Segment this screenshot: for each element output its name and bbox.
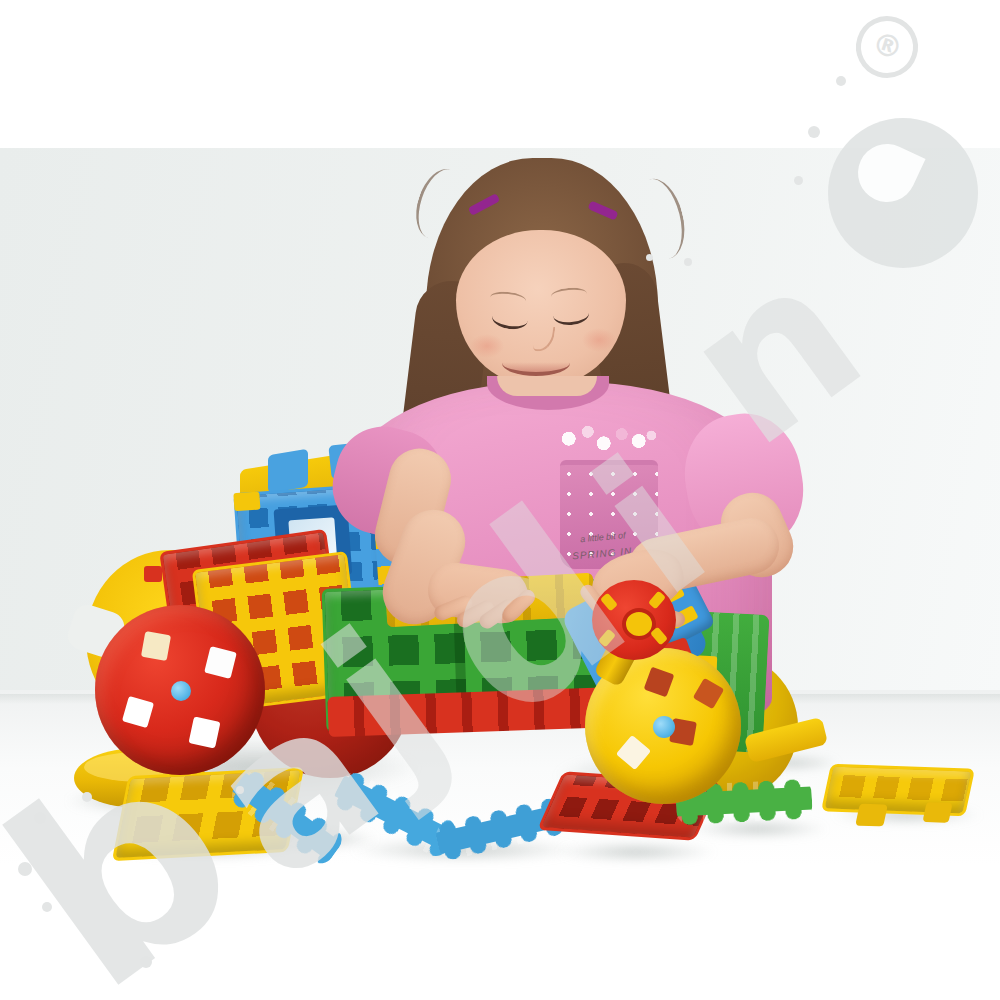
watermark-dot-5: [646, 254, 653, 261]
neck: [497, 376, 597, 396]
red-wheel-hole-1: [204, 646, 237, 679]
yellow-side-piece-red-slot: [144, 566, 162, 582]
yellow-waffle-plate-right: [821, 764, 975, 817]
watermark-o-drop: [848, 134, 925, 211]
watermark-dot-8: [18, 862, 32, 876]
cube-corner-yellow-1: [233, 492, 260, 512]
watermark-dot-10: [140, 956, 152, 968]
watermark-dot-4: [684, 258, 692, 266]
yellow-wheel-hub: [653, 716, 675, 738]
red-wheel-hole-2: [141, 631, 171, 661]
cheek-right: [582, 328, 616, 352]
yellow-wheel-hole-1: [616, 735, 651, 770]
watermark-dot-3: [794, 176, 803, 185]
shadow-red-plate: [556, 842, 716, 862]
plate-right-stud-1: [855, 804, 888, 827]
watermark-letter-o: [828, 118, 978, 268]
watermark-dot-9: [42, 902, 52, 912]
watermark-dot-1: [836, 76, 846, 86]
steering-slot-4: [650, 627, 668, 646]
cube-top-blue-tab1: [268, 449, 308, 493]
watermark-dot-2: [808, 126, 820, 138]
watermark-dot-7: [34, 812, 46, 824]
plate-right-stud-2: [922, 802, 952, 823]
photo-stage: a little bit of SPRING IN: [0, 0, 1000, 1000]
cheek-left: [470, 334, 504, 358]
watermark-dot-11: [236, 786, 244, 794]
red-wheel-hub: [171, 681, 191, 701]
yellow-wheel-hole-4: [693, 678, 724, 709]
watermark-dot-6: [82, 792, 92, 802]
mouth-smile: [502, 350, 570, 376]
registered-trademark-icon: ®: [848, 8, 926, 86]
